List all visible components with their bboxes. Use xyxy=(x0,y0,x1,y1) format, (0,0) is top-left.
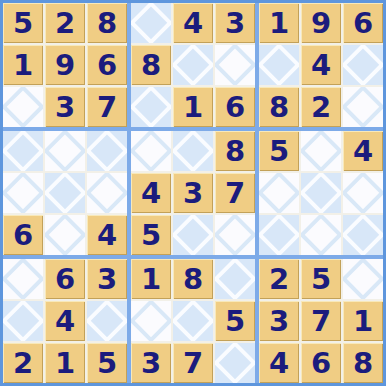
cell-r8c4[interactable] xyxy=(131,301,171,341)
cell-r4c3[interactable] xyxy=(87,131,127,171)
cell-r2c4: 8 xyxy=(131,45,171,85)
box-1-2: 43816 xyxy=(131,3,255,127)
cell-r9c7: 4 xyxy=(259,343,299,383)
cell-r2c7[interactable] xyxy=(259,45,299,85)
cell-r5c3[interactable] xyxy=(87,173,127,213)
cell-r3c6: 6 xyxy=(215,87,255,127)
cell-r6c9[interactable] xyxy=(343,215,383,255)
cell-r5c5: 3 xyxy=(173,173,213,213)
cell-r4c8[interactable] xyxy=(301,131,341,171)
cell-r8c2: 4 xyxy=(45,301,85,341)
cell-r1c9: 6 xyxy=(343,3,383,43)
cell-r4c1[interactable] xyxy=(3,131,43,171)
cell-r2c3: 6 xyxy=(87,45,127,85)
cell-r7c3: 3 xyxy=(87,259,127,299)
cell-r8c6: 5 xyxy=(215,301,255,341)
cell-r9c4: 3 xyxy=(131,343,171,383)
cell-r7c6[interactable] xyxy=(215,259,255,299)
cell-r6c7[interactable] xyxy=(259,215,299,255)
cell-r4c6: 8 xyxy=(215,131,255,171)
sudoku-board: 5281963743816196482648437554634215185372… xyxy=(0,0,386,386)
cell-r5c6: 7 xyxy=(215,173,255,213)
cell-r1c2: 2 xyxy=(45,3,85,43)
cell-r4c4[interactable] xyxy=(131,131,171,171)
cell-r5c2[interactable] xyxy=(45,173,85,213)
box-1-1: 52819637 xyxy=(3,3,127,127)
cell-r7c7: 2 xyxy=(259,259,299,299)
cell-r2c2: 9 xyxy=(45,45,85,85)
cell-r8c7: 3 xyxy=(259,301,299,341)
cell-r5c8[interactable] xyxy=(301,173,341,213)
box-3-1: 634215 xyxy=(3,259,127,383)
cell-r9c8: 6 xyxy=(301,343,341,383)
cell-r8c3[interactable] xyxy=(87,301,127,341)
cell-r7c4: 1 xyxy=(131,259,171,299)
cell-r1c4[interactable] xyxy=(131,3,171,43)
cell-r6c6[interactable] xyxy=(215,215,255,255)
cell-r7c1[interactable] xyxy=(3,259,43,299)
cell-r4c9: 4 xyxy=(343,131,383,171)
box-3-3: 25371468 xyxy=(259,259,383,383)
cell-r3c1[interactable] xyxy=(3,87,43,127)
cell-r3c8: 2 xyxy=(301,87,341,127)
cell-r9c5: 7 xyxy=(173,343,213,383)
cell-r4c2[interactable] xyxy=(45,131,85,171)
cell-r1c7: 1 xyxy=(259,3,299,43)
cell-r9c3: 5 xyxy=(87,343,127,383)
cell-r5c7[interactable] xyxy=(259,173,299,213)
cell-r2c6[interactable] xyxy=(215,45,255,85)
cell-r5c4: 4 xyxy=(131,173,171,213)
cell-r1c5: 4 xyxy=(173,3,213,43)
box-2-2: 84375 xyxy=(131,131,255,255)
cell-r9c1: 2 xyxy=(3,343,43,383)
box-2-1: 64 xyxy=(3,131,127,255)
cell-r8c1[interactable] xyxy=(3,301,43,341)
cell-r3c2: 3 xyxy=(45,87,85,127)
box-3-2: 18537 xyxy=(131,259,255,383)
box-1-3: 196482 xyxy=(259,3,383,127)
cell-r2c1: 1 xyxy=(3,45,43,85)
cell-r1c3: 8 xyxy=(87,3,127,43)
cell-r5c1[interactable] xyxy=(3,173,43,213)
cell-r5c9[interactable] xyxy=(343,173,383,213)
cell-r9c9: 8 xyxy=(343,343,383,383)
cell-r2c9[interactable] xyxy=(343,45,383,85)
cell-r4c7: 5 xyxy=(259,131,299,171)
cell-r8c5[interactable] xyxy=(173,301,213,341)
cell-r8c9: 1 xyxy=(343,301,383,341)
cell-r7c9[interactable] xyxy=(343,259,383,299)
cell-r6c8[interactable] xyxy=(301,215,341,255)
cell-r7c5: 8 xyxy=(173,259,213,299)
cell-r6c3: 4 xyxy=(87,215,127,255)
cell-r1c1: 5 xyxy=(3,3,43,43)
cell-r6c1: 6 xyxy=(3,215,43,255)
cell-r3c9[interactable] xyxy=(343,87,383,127)
cell-r4c5[interactable] xyxy=(173,131,213,171)
box-2-3: 54 xyxy=(259,131,383,255)
cell-r1c6: 3 xyxy=(215,3,255,43)
cell-r2c5[interactable] xyxy=(173,45,213,85)
cell-r9c2: 1 xyxy=(45,343,85,383)
cell-r1c8: 9 xyxy=(301,3,341,43)
cell-r3c5: 1 xyxy=(173,87,213,127)
cell-r3c4[interactable] xyxy=(131,87,171,127)
cell-r6c5[interactable] xyxy=(173,215,213,255)
cell-r9c6[interactable] xyxy=(215,343,255,383)
cell-r2c8: 4 xyxy=(301,45,341,85)
cell-r8c8: 7 xyxy=(301,301,341,341)
cell-r7c8: 5 xyxy=(301,259,341,299)
cell-r3c7: 8 xyxy=(259,87,299,127)
cell-r6c2[interactable] xyxy=(45,215,85,255)
cell-r6c4: 5 xyxy=(131,215,171,255)
cell-r3c3: 7 xyxy=(87,87,127,127)
cell-r7c2: 6 xyxy=(45,259,85,299)
